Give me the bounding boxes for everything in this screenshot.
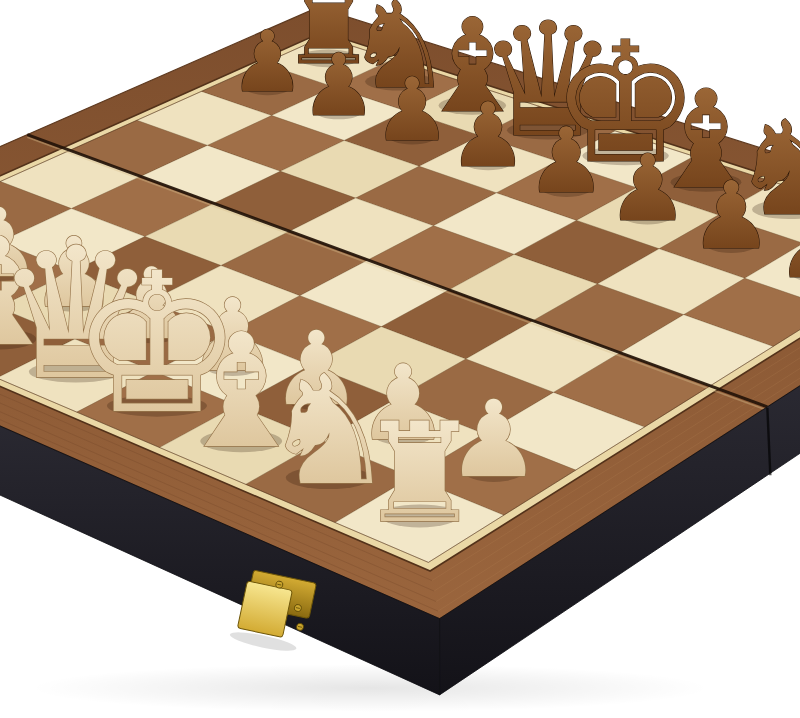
piece-dark-pawn-a7: ♟: [230, 12, 306, 111]
piece-dark-pawn-c7: ♟: [373, 59, 451, 161]
piece-dark-pawn-h7: ♟: [775, 189, 800, 299]
product-photo-scene: ♜♞♟♝♟♛♟♚♟♝♟♞♟♜♟♟♟♟♜♟♞♟♝♟♛♟♚♟♝♟♞♜: [0, 0, 800, 718]
piece-dark-pawn-f7: ♟: [606, 135, 688, 242]
piece-dark-pawn-d7: ♟: [448, 84, 528, 187]
latch-frontplate: [237, 581, 292, 638]
ground-shadow: [30, 664, 710, 712]
piece-dark-pawn-g7: ♟: [690, 161, 774, 270]
piece-white-rook-h1: ♜: [358, 393, 482, 554]
piece-dark-pawn-e7: ♟: [526, 108, 607, 213]
piece-dark-pawn-b7: ♟: [300, 35, 377, 135]
folding-chessboard-photo: ♜♞♟♝♟♛♟♚♟♝♟♞♟♜♟♟♟♟♜♟♞♟♝♟♛♟♚♟♝♟♞♜: [0, 0, 800, 718]
